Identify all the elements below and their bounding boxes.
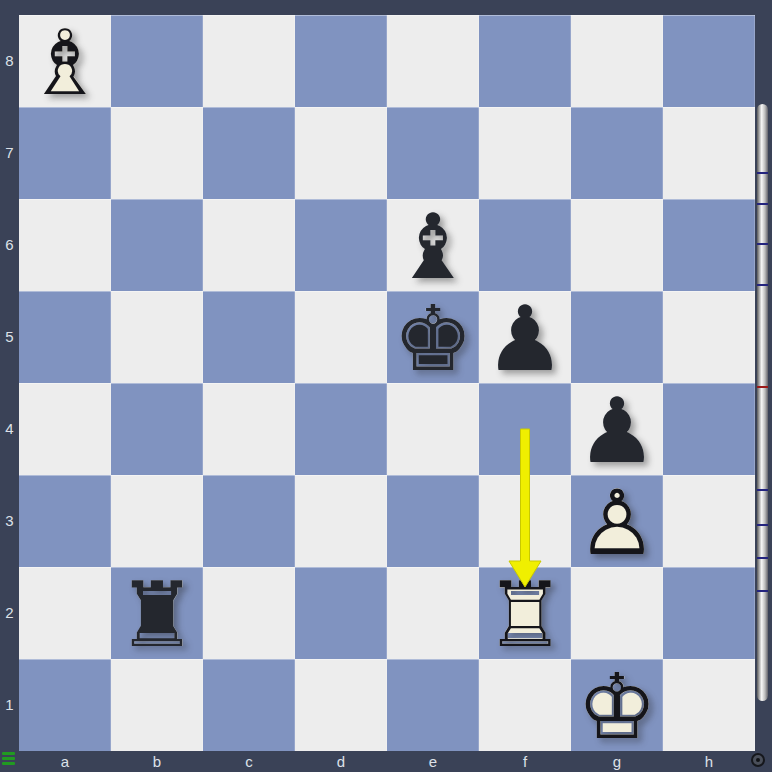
square-f6[interactable] <box>479 199 571 291</box>
square-h1[interactable] <box>663 659 755 751</box>
square-e7[interactable] <box>387 107 479 199</box>
square-b2[interactable]: ♖♜ <box>111 567 203 659</box>
square-c4[interactable] <box>203 383 295 475</box>
piece-black-pawn-f5[interactable]: ♙♟ <box>479 291 571 383</box>
menu-icon[interactable] <box>2 752 15 766</box>
square-b7[interactable] <box>111 107 203 199</box>
rank-label-5: 5 <box>0 291 19 383</box>
square-g7[interactable] <box>571 107 663 199</box>
square-b8[interactable] <box>111 15 203 107</box>
piece-black-pawn-g4[interactable]: ♙♟ <box>571 383 663 475</box>
file-label-d: d <box>295 751 387 772</box>
menu-icon-bar <box>2 757 15 760</box>
square-h6[interactable] <box>663 199 755 291</box>
square-h8[interactable] <box>663 15 755 107</box>
square-a1[interactable] <box>19 659 111 751</box>
eval-tick-6 <box>757 524 768 526</box>
square-d4[interactable] <box>295 383 387 475</box>
file-label-a: a <box>19 751 111 772</box>
square-d3[interactable] <box>295 475 387 567</box>
square-g6[interactable] <box>571 199 663 291</box>
square-e8[interactable] <box>387 15 479 107</box>
square-g3[interactable]: ♟♙ <box>571 475 663 567</box>
eval-tick-7 <box>757 557 768 559</box>
square-a4[interactable] <box>19 383 111 475</box>
eval-tick-3 <box>757 284 768 286</box>
square-a2[interactable] <box>19 567 111 659</box>
square-f5[interactable]: ♙♟ <box>479 291 571 383</box>
square-h7[interactable] <box>663 107 755 199</box>
square-b5[interactable] <box>111 291 203 383</box>
rank-label-3: 3 <box>0 475 19 567</box>
rank-label-8: 8 <box>0 15 19 107</box>
square-f4[interactable] <box>479 383 571 475</box>
file-label-b: b <box>111 751 203 772</box>
square-a8[interactable]: ♝♗ <box>19 15 111 107</box>
square-c6[interactable] <box>203 199 295 291</box>
square-a6[interactable] <box>19 199 111 291</box>
square-c2[interactable] <box>203 567 295 659</box>
square-f3[interactable] <box>479 475 571 567</box>
square-a5[interactable] <box>19 291 111 383</box>
eval-tick-1 <box>757 203 768 205</box>
square-e3[interactable] <box>387 475 479 567</box>
rank-label-4: 4 <box>0 383 19 475</box>
square-d8[interactable] <box>295 15 387 107</box>
chess-board: ♝♗♗♝♔♚♙♟♙♟♟♙♖♜♜♖♚♔ <box>19 15 755 751</box>
menu-icon-bar <box>2 762 15 765</box>
square-c8[interactable] <box>203 15 295 107</box>
square-e1[interactable] <box>387 659 479 751</box>
eval-tick-8 <box>757 590 768 592</box>
square-h3[interactable] <box>663 475 755 567</box>
square-b6[interactable] <box>111 199 203 291</box>
square-a3[interactable] <box>19 475 111 567</box>
square-g1[interactable]: ♚♔ <box>571 659 663 751</box>
file-label-c: c <box>203 751 295 772</box>
piece-white-pawn-g3[interactable]: ♟♙ <box>571 475 663 567</box>
piece-white-king-g1[interactable]: ♚♔ <box>571 659 663 751</box>
square-g8[interactable] <box>571 15 663 107</box>
piece-white-rook-f2[interactable]: ♜♖ <box>479 567 571 659</box>
eval-tick-0 <box>757 172 768 174</box>
rank-label-2: 2 <box>0 567 19 659</box>
square-d6[interactable] <box>295 199 387 291</box>
square-c1[interactable] <box>203 659 295 751</box>
square-d1[interactable] <box>295 659 387 751</box>
piece-black-bishop-e6[interactable]: ♗♝ <box>387 199 479 291</box>
square-f7[interactable] <box>479 107 571 199</box>
square-g5[interactable] <box>571 291 663 383</box>
board-frame: ♝♗♗♝♔♚♙♟♙♟♟♙♖♜♜♖♚♔ 87654321 abcdefgh <box>0 0 772 772</box>
file-label-h: h <box>663 751 755 772</box>
square-g2[interactable] <box>571 567 663 659</box>
square-e4[interactable] <box>387 383 479 475</box>
square-c5[interactable] <box>203 291 295 383</box>
rank-label-6: 6 <box>0 199 19 291</box>
piece-white-bishop-a8[interactable]: ♝♗ <box>19 15 111 107</box>
square-c3[interactable] <box>203 475 295 567</box>
eval-tick-5 <box>757 489 768 491</box>
rank-label-7: 7 <box>0 107 19 199</box>
square-h5[interactable] <box>663 291 755 383</box>
eval-slider[interactable] <box>757 104 768 701</box>
square-f2[interactable]: ♜♖ <box>479 567 571 659</box>
square-d5[interactable] <box>295 291 387 383</box>
square-d7[interactable] <box>295 107 387 199</box>
square-e2[interactable] <box>387 567 479 659</box>
piece-black-rook-b2[interactable]: ♖♜ <box>111 567 203 659</box>
square-h4[interactable] <box>663 383 755 475</box>
eval-tick-2 <box>757 243 768 245</box>
square-f1[interactable] <box>479 659 571 751</box>
square-b3[interactable] <box>111 475 203 567</box>
file-label-e: e <box>387 751 479 772</box>
menu-icon-bar <box>2 752 15 755</box>
file-label-g: g <box>571 751 663 772</box>
square-c7[interactable] <box>203 107 295 199</box>
eval-tick-4 <box>757 386 768 388</box>
square-h2[interactable] <box>663 567 755 659</box>
piece-black-king-e5[interactable]: ♔♚ <box>387 291 479 383</box>
square-d2[interactable] <box>295 567 387 659</box>
square-b4[interactable] <box>111 383 203 475</box>
square-b1[interactable] <box>111 659 203 751</box>
square-a7[interactable] <box>19 107 111 199</box>
record-icon[interactable] <box>751 753 765 767</box>
square-e5[interactable]: ♔♚ <box>387 291 479 383</box>
rank-label-1: 1 <box>0 659 19 751</box>
square-e6[interactable]: ♗♝ <box>387 199 479 291</box>
square-g4[interactable]: ♙♟ <box>571 383 663 475</box>
square-f8[interactable] <box>479 15 571 107</box>
file-label-f: f <box>479 751 571 772</box>
